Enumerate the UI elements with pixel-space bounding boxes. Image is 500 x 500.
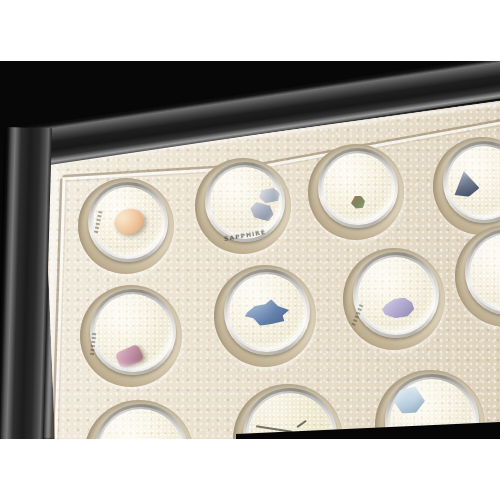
screenshot: SAPPHIRE [0,0,500,500]
gem-jar-r2c2 [214,265,316,367]
box-frame-left [0,127,52,439]
glass-lid [446,144,500,220]
glass-lid [356,255,436,335]
gem-jar-r2c4 [455,225,500,327]
photo: SAPPHIRE [0,61,500,439]
gem-jar-r1c4 [433,137,500,235]
gem-jar-r1c3 [308,144,404,240]
glass-lid [93,292,173,372]
gem-jar-r1c2 [195,158,291,254]
jar-rim [90,289,176,375]
jar-rim [224,269,310,355]
gem-jar-r3c1 [84,400,194,439]
glass-lid [91,185,165,259]
glass-lid [227,272,307,352]
jar-rim [353,252,439,338]
gem-jar-r1c1 [78,178,174,274]
jar-rim [205,162,285,242]
jar-rim [318,148,398,228]
glass-lid [321,151,395,225]
glass-lid [208,165,282,239]
gem-jar-r2c3 [343,248,445,350]
